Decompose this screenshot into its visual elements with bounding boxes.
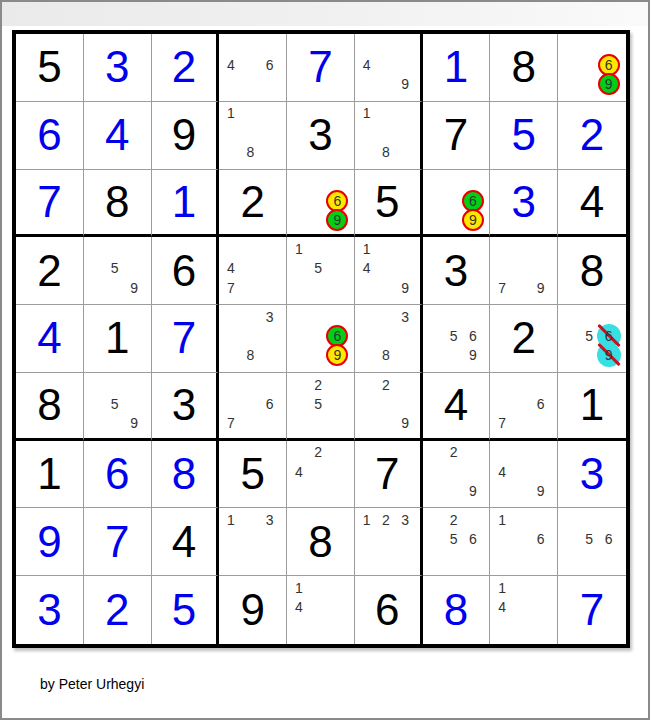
cell-r8c2[interactable]: 7 (84, 508, 152, 576)
pencil-slot: 8 (376, 346, 395, 365)
pencil-slot (86, 278, 105, 297)
pencil-slot: 9 (124, 414, 143, 433)
pencil-slot: 1 (357, 510, 376, 529)
cell-r6c3[interactable]: 3 (152, 373, 220, 441)
pencil-slot (357, 346, 376, 365)
pencil-slot (328, 443, 347, 462)
pencil-slot (328, 172, 347, 191)
given-digit: 5 (37, 45, 61, 89)
pencil-slot (221, 142, 240, 161)
pencil-slot (376, 259, 395, 278)
pencil-slot (105, 239, 124, 258)
pencil-slot (328, 394, 347, 413)
candidate-digit: 3 (266, 513, 274, 527)
cell-r1c2[interactable]: 3 (84, 34, 152, 102)
cell-r2c2[interactable]: 4 (84, 102, 152, 170)
pencil-slot: 9 (599, 346, 618, 365)
solved-digit: 7 (37, 180, 61, 224)
pencil-marks: 67 (221, 375, 279, 433)
candidate-digit: 5 (111, 397, 119, 411)
pencil-slot (357, 123, 376, 142)
candidate-digit: 2 (314, 445, 322, 459)
cell-r9c3[interactable]: 5 (152, 576, 220, 644)
pencil-slot (289, 278, 308, 297)
cell-r8c6[interactable]: 123 (355, 508, 423, 576)
pencil-slot (396, 123, 415, 142)
pencil-slot: 5 (105, 259, 124, 278)
pencil-slot (396, 36, 415, 55)
pencil-slot (86, 259, 105, 278)
pencil-slot: 9 (463, 210, 482, 229)
pencil-slot (260, 346, 279, 365)
pencil-slot (560, 326, 579, 345)
cell-r9c5[interactable]: 14 (287, 576, 355, 644)
cell-r1c9[interactable]: 69 (558, 34, 626, 102)
cell-r1c5[interactable]: 7 (287, 34, 355, 102)
candidate-digit: 1 (363, 242, 371, 256)
cell-r8c4[interactable]: 13 (219, 508, 287, 576)
pencil-slot (560, 307, 579, 326)
pencil-slot: 9 (531, 278, 550, 297)
pencil-slot: 1 (357, 239, 376, 258)
pencil-slot (425, 443, 444, 462)
pencil-slot (308, 278, 327, 297)
pencil-slot (241, 326, 260, 345)
candidate-digit: 4 (295, 465, 303, 479)
pencil-slot (396, 549, 415, 568)
pencil-slot: 9 (396, 278, 415, 297)
given-digit: 7 (375, 452, 399, 496)
candidate-digit: 9 (537, 281, 545, 295)
pencil-slot (531, 259, 550, 278)
cell-r7c6[interactable]: 7 (355, 441, 423, 509)
pencil-slot (221, 123, 240, 142)
solved-digit: 4 (105, 113, 129, 157)
pencil-slot (260, 259, 279, 278)
pencil-slot (328, 617, 347, 636)
pencil-slot: 5 (105, 394, 124, 413)
cell-r5c1[interactable]: 4 (16, 305, 84, 373)
pencil-slot (308, 462, 327, 481)
pencil-slot (512, 414, 531, 433)
pencil-marks: 25 (289, 375, 347, 433)
given-digit: 2 (240, 180, 264, 224)
pencil-slot (328, 278, 347, 297)
pencil-slot (357, 142, 376, 161)
pencil-slot: 7 (221, 414, 240, 433)
pencil-slot: 2 (308, 443, 327, 462)
candidate-digit: 5 (314, 261, 322, 275)
pencil-marks: 14 (289, 578, 347, 636)
candidate-digit: 7 (227, 281, 235, 295)
pencil-slot (463, 462, 482, 481)
pencil-slot (260, 104, 279, 123)
pencil-marks: 15 (289, 239, 347, 297)
pencil-slot (260, 326, 279, 345)
pencil-slot (560, 510, 579, 529)
pencil-slot (308, 346, 327, 365)
pencil-slot (425, 210, 444, 229)
pencil-slot (221, 75, 240, 94)
cell-r5c2[interactable]: 1 (84, 305, 152, 373)
cell-r1c7[interactable]: 1 (423, 34, 491, 102)
candidate-digit: 9 (469, 213, 477, 227)
cell-r6c4[interactable]: 67 (219, 373, 287, 441)
pencil-slot (560, 75, 579, 94)
candidate-digit: 4 (363, 58, 371, 72)
cell-r4c4[interactable]: 47 (219, 237, 287, 305)
cell-r8c7[interactable]: 256 (423, 508, 491, 576)
pencil-marks: 46 (221, 36, 279, 94)
solved-digit: 5 (172, 588, 196, 632)
cell-r7c7[interactable]: 29 (423, 441, 491, 509)
pencil-slot (357, 549, 376, 568)
cell-r6c7[interactable]: 4 (423, 373, 491, 441)
cell-r7c4[interactable]: 5 (219, 441, 287, 509)
pencil-slot (357, 394, 376, 413)
pencil-slot (531, 549, 550, 568)
pencil-slot (463, 549, 482, 568)
cell-r3c2[interactable]: 8 (84, 170, 152, 238)
cell-r6c8[interactable]: 67 (490, 373, 558, 441)
pencil-slot (531, 578, 550, 597)
pencil-slot (357, 530, 376, 549)
pencil-slot (241, 123, 260, 142)
cell-r7c8[interactable]: 49 (490, 441, 558, 509)
pencil-slot (289, 172, 308, 191)
cell-r8c5[interactable]: 8 (287, 508, 355, 576)
given-digit: 7 (444, 113, 468, 157)
candidate-digit: 8 (382, 348, 390, 362)
pencil-slot (512, 278, 531, 297)
cell-r5c6[interactable]: 38 (355, 305, 423, 373)
pencil-slot (260, 239, 279, 258)
cell-r2c4[interactable]: 18 (219, 102, 287, 170)
pencil-slot (531, 414, 550, 433)
candidate-digit: 3 (401, 310, 409, 324)
pencil-slot: 1 (289, 578, 308, 597)
pencil-slot (512, 598, 531, 617)
pencil-marks: 56 (560, 510, 618, 568)
cell-r4c3[interactable]: 6 (152, 237, 220, 305)
pencil-slot (289, 210, 308, 229)
pencil-slot (308, 172, 327, 191)
cell-r7c1[interactable]: 1 (16, 441, 84, 509)
pencil-slot (396, 326, 415, 345)
pencil-slot (512, 549, 531, 568)
solved-digit: 5 (512, 113, 536, 157)
cell-r1c3[interactable]: 2 (152, 34, 220, 102)
pencil-slot: 6 (260, 394, 279, 413)
pencil-marks: 14 (492, 578, 550, 636)
cell-r6c5[interactable]: 25 (287, 373, 355, 441)
pencil-slot (124, 375, 143, 394)
solved-digit: 3 (105, 45, 129, 89)
pencil-slot: 8 (241, 346, 260, 365)
cell-r3c8[interactable]: 3 (490, 170, 558, 238)
cell-r9c8[interactable]: 14 (490, 576, 558, 644)
pencil-slot (560, 530, 579, 549)
solved-digit: 4 (37, 316, 61, 360)
pencil-slot: 7 (492, 278, 511, 297)
candidate-digit: 1 (498, 513, 506, 527)
given-digit: 8 (308, 520, 332, 564)
cell-r4c1[interactable]: 2 (16, 237, 84, 305)
pencil-slot: 6 (463, 530, 482, 549)
pencil-slot: 5 (444, 530, 463, 549)
pencil-slot (260, 414, 279, 433)
pencil-slot (531, 462, 550, 481)
pencil-slot (221, 375, 240, 394)
pencil-slot (308, 307, 327, 326)
cell-r3c3[interactable]: 1 (152, 170, 220, 238)
pencil-slot (396, 530, 415, 549)
pencil-slot (260, 549, 279, 568)
cell-r2c7[interactable]: 7 (423, 102, 491, 170)
given-digit: 3 (308, 113, 332, 157)
cell-r4c2[interactable]: 59 (84, 237, 152, 305)
pencil-slot (289, 259, 308, 278)
given-digit: 2 (37, 249, 61, 293)
pencil-slot: 1 (492, 510, 511, 529)
pencil-marks: 79 (492, 239, 550, 297)
pencil-slot (221, 36, 240, 55)
candidate-digit: 1 (295, 242, 303, 256)
solved-digit: 7 (105, 520, 129, 564)
pencil-slot: 3 (260, 510, 279, 529)
candidate-digit: 1 (295, 581, 303, 595)
cell-r8c1[interactable]: 9 (16, 508, 84, 576)
pencil-slot (376, 55, 395, 74)
candidate-digit: 1 (227, 513, 235, 527)
cell-r1c4[interactable]: 46 (219, 34, 287, 102)
candidate-digit: 6 (334, 194, 342, 208)
pencil-slot (376, 414, 395, 433)
cell-r8c8[interactable]: 16 (490, 508, 558, 576)
candidate-digit: 8 (246, 348, 254, 362)
cell-r7c5[interactable]: 24 (287, 441, 355, 509)
pencil-marks: 18 (221, 104, 279, 162)
cell-r7c2[interactable]: 6 (84, 441, 152, 509)
given-digit: 1 (37, 452, 61, 496)
given-digit: 4 (172, 520, 196, 564)
pencil-slot (124, 259, 143, 278)
pencil-slot: 2 (376, 375, 395, 394)
pencil-slot (221, 346, 240, 365)
cell-r3c6[interactable]: 5 (355, 170, 423, 238)
cell-r6c9[interactable]: 1 (558, 373, 626, 441)
pencil-slot (512, 481, 531, 500)
candidate-digit: 9 (130, 416, 138, 430)
pencil-slot (260, 36, 279, 55)
pencil-slot: 6 (463, 326, 482, 345)
pencil-marks: 13 (221, 510, 279, 568)
pencil-slot (531, 617, 550, 636)
cell-r7c3[interactable]: 8 (152, 441, 220, 509)
pencil-slot (308, 578, 327, 597)
pencil-slot: 5 (444, 326, 463, 345)
pencil-slot (289, 617, 308, 636)
cell-r1c8[interactable]: 8 (490, 34, 558, 102)
cell-r1c1[interactable]: 5 (16, 34, 84, 102)
candidate-digit: 6 (537, 397, 545, 411)
pencil-slot (376, 394, 395, 413)
pencil-slot (260, 75, 279, 94)
cell-r9c6[interactable]: 6 (355, 576, 423, 644)
pencil-slot: 6 (599, 326, 618, 345)
pencil-slot (357, 75, 376, 94)
candidate-digit: 8 (382, 145, 390, 159)
pencil-slot (396, 104, 415, 123)
pencil-slot (512, 462, 531, 481)
cell-r4c6[interactable]: 149 (355, 237, 423, 305)
sudoku-board: 5324674918696491831875278126956934259647… (12, 30, 630, 648)
pencil-slot (328, 598, 347, 617)
pencil-slot (357, 307, 376, 326)
cell-r5c4[interactable]: 38 (219, 305, 287, 373)
given-digit: 1 (105, 316, 129, 360)
solved-digit: 1 (172, 180, 196, 224)
pencil-slot: 6 (463, 191, 482, 210)
candidate-digit: 5 (585, 329, 593, 343)
cell-r9c1[interactable]: 3 (16, 576, 84, 644)
candidate-digit: 5 (450, 329, 458, 343)
cell-r2c3[interactable]: 9 (152, 102, 220, 170)
cell-r5c8[interactable]: 2 (490, 305, 558, 373)
given-digit: 9 (172, 113, 196, 157)
pencil-slot (289, 394, 308, 413)
pencil-marks: 256 (425, 510, 483, 568)
cell-r5c5[interactable]: 69 (287, 305, 355, 373)
candidate-digit: 5 (450, 532, 458, 546)
cell-r2c9[interactable]: 2 (558, 102, 626, 170)
pencil-slot (376, 36, 395, 55)
solved-digit: 9 (37, 520, 61, 564)
pencil-slot (425, 307, 444, 326)
cell-r4c8[interactable]: 79 (490, 237, 558, 305)
pencil-slot (512, 617, 531, 636)
solved-digit: 2 (172, 45, 196, 89)
pencil-slot (425, 510, 444, 529)
cell-r9c2[interactable]: 2 (84, 576, 152, 644)
pencil-slot: 4 (357, 259, 376, 278)
candidate-digit: 7 (227, 416, 235, 430)
pencil-slot (396, 142, 415, 161)
pencil-slot (357, 375, 376, 394)
pencil-slot (531, 375, 550, 394)
cell-r2c6[interactable]: 18 (355, 102, 423, 170)
pencil-slot (425, 549, 444, 568)
pencil-slot (241, 259, 260, 278)
pencil-marks: 38 (357, 307, 415, 365)
candidate-digit: 9 (334, 348, 342, 362)
pencil-slot (396, 259, 415, 278)
candidate-digit: 7 (498, 416, 506, 430)
cell-r9c9[interactable]: 7 (558, 576, 626, 644)
solved-digit: 7 (172, 316, 196, 360)
pencil-slot (492, 259, 511, 278)
pencil-slot (580, 36, 599, 55)
candidate-digit: 6 (469, 329, 477, 343)
cell-r4c5[interactable]: 15 (287, 237, 355, 305)
cell-r7c9[interactable]: 3 (558, 441, 626, 509)
cell-r3c9[interactable]: 4 (558, 170, 626, 238)
pencil-slot (289, 326, 308, 345)
pencil-slot (531, 443, 550, 462)
pencil-slot (531, 598, 550, 617)
given-digit: 1 (580, 383, 604, 427)
pencil-slot (289, 191, 308, 210)
pencil-slot: 9 (124, 278, 143, 297)
cell-r2c5[interactable]: 3 (287, 102, 355, 170)
solved-digit: 7 (580, 588, 604, 632)
pencil-slot (444, 462, 463, 481)
candidate-digit: 9 (401, 281, 409, 295)
pencil-slot (260, 278, 279, 297)
pencil-slot (221, 394, 240, 413)
pencil-slot: 4 (492, 462, 511, 481)
cell-r3c7[interactable]: 69 (423, 170, 491, 238)
pencil-slot: 1 (221, 104, 240, 123)
cell-r4c9[interactable]: 8 (558, 237, 626, 305)
candidate-digit: 1 (363, 513, 371, 527)
pencil-slot (396, 394, 415, 413)
pencil-slot (105, 278, 124, 297)
pencil-slot (86, 239, 105, 258)
cell-r3c1[interactable]: 7 (16, 170, 84, 238)
cell-r6c2[interactable]: 59 (84, 373, 152, 441)
candidate-digit: 5 (111, 261, 119, 275)
given-digit: 8 (580, 249, 604, 293)
cell-r2c1[interactable]: 6 (16, 102, 84, 170)
cell-r5c9[interactable]: 569 (558, 305, 626, 373)
cell-r3c4[interactable]: 2 (219, 170, 287, 238)
pencil-slot (425, 326, 444, 345)
pencil-marks: 123 (357, 510, 415, 568)
cell-r6c6[interactable]: 29 (355, 373, 423, 441)
pencil-slot: 6 (599, 55, 618, 74)
cell-r1c6[interactable]: 49 (355, 34, 423, 102)
pencil-slot (560, 36, 579, 55)
given-digit: 6 (375, 588, 399, 632)
given-digit: 6 (172, 249, 196, 293)
cell-r2c8[interactable]: 5 (490, 102, 558, 170)
pencil-slot (86, 414, 105, 433)
cell-r6c1[interactable]: 8 (16, 373, 84, 441)
cell-r5c7[interactable]: 569 (423, 305, 491, 373)
pencil-slot (492, 530, 511, 549)
pencil-marks: 29 (425, 443, 483, 501)
cell-r5c3[interactable]: 7 (152, 305, 220, 373)
pencil-slot (376, 549, 395, 568)
cell-r8c3[interactable]: 4 (152, 508, 220, 576)
pencil-slot: 7 (492, 414, 511, 433)
candidate-digit: 4 (227, 58, 235, 72)
pencil-slot (105, 414, 124, 433)
cell-r3c5[interactable]: 69 (287, 170, 355, 238)
cell-r9c7[interactable]: 8 (423, 576, 491, 644)
pencil-slot (425, 172, 444, 191)
given-digit: 3 (172, 383, 196, 427)
cell-r8c9[interactable]: 56 (558, 508, 626, 576)
solved-digit: 3 (580, 452, 604, 496)
pencil-slot (492, 481, 511, 500)
cell-r9c4[interactable]: 9 (219, 576, 287, 644)
cell-r4c7[interactable]: 3 (423, 237, 491, 305)
pencil-marks: 49 (357, 36, 415, 94)
candidate-digit: 9 (605, 77, 613, 91)
pencil-slot: 5 (308, 259, 327, 278)
